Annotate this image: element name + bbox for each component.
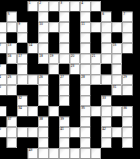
white-cell[interactable] [122, 43, 132, 53]
clue-number: 42 [102, 128, 105, 131]
white-cell[interactable] [6, 22, 16, 32]
clue-number: 40 [0, 128, 1, 131]
white-cell[interactable] [38, 95, 48, 105]
white-cell[interactable]: 13 [6, 43, 16, 53]
black-cell [48, 116, 58, 126]
black-cell [111, 11, 121, 21]
black-cell [69, 43, 79, 53]
white-cell[interactable] [48, 64, 58, 74]
white-cell[interactable]: 43 [27, 148, 37, 158]
black-cell [69, 116, 79, 126]
white-cell[interactable] [101, 74, 111, 84]
white-cell[interactable]: 4 [80, 1, 90, 11]
clue-number: 6 [102, 12, 104, 15]
white-cell[interactable]: 3 [59, 1, 69, 11]
black-cell [59, 106, 69, 116]
clue-number: 14 [29, 44, 32, 47]
black-cell [122, 64, 132, 74]
crossword-puzzle: 1234567891011121314151617181920212223242… [0, 0, 140, 159]
clue-number: 18 [39, 54, 42, 57]
black-cell [38, 64, 48, 74]
black-cell [27, 32, 37, 42]
black-cell [101, 148, 111, 158]
clue-number: 34 [18, 107, 21, 110]
white-cell[interactable] [38, 127, 48, 137]
white-cell[interactable] [6, 127, 16, 137]
white-cell[interactable] [38, 32, 48, 42]
white-cell[interactable] [59, 148, 69, 158]
white-cell[interactable] [90, 22, 100, 32]
white-cell[interactable] [59, 43, 69, 53]
clue-number: 10 [39, 23, 42, 26]
white-cell[interactable] [122, 127, 132, 137]
white-cell[interactable]: 21 [90, 53, 100, 63]
black-cell [69, 22, 79, 32]
clue-number: 3 [60, 2, 62, 5]
black-cell [6, 106, 16, 116]
clue-number: 17 [18, 54, 21, 57]
black-cell [48, 127, 58, 137]
white-cell[interactable]: 1 [27, 1, 37, 11]
black-cell [69, 32, 79, 42]
white-cell[interactable]: 7 [122, 11, 132, 21]
black-cell [90, 116, 100, 126]
white-cell[interactable]: 10 [38, 22, 48, 32]
black-cell [27, 116, 37, 126]
clue-number: 38 [39, 117, 42, 120]
white-cell[interactable]: 42 [101, 127, 111, 137]
clue-number: 1 [29, 2, 31, 5]
black-cell [27, 95, 37, 105]
white-cell[interactable]: 25 [6, 74, 16, 84]
black-cell [111, 1, 121, 11]
black-cell [38, 106, 48, 116]
white-cell[interactable]: 34 [17, 106, 27, 116]
clue-number: 9 [18, 23, 20, 26]
black-cell [48, 95, 58, 105]
black-cell [27, 85, 37, 95]
clue-number: 4 [81, 2, 83, 5]
black-cell [48, 32, 58, 42]
white-cell[interactable]: 17 [17, 53, 27, 63]
white-cell[interactable]: 41 [59, 127, 69, 137]
clue-number: 19 [50, 54, 53, 57]
white-cell[interactable]: 11 [80, 22, 90, 32]
white-cell[interactable] [111, 127, 121, 137]
clue-number: 7 [123, 12, 125, 15]
clue-number: 5 [8, 12, 10, 15]
black-cell [90, 11, 100, 21]
black-cell [27, 11, 37, 21]
white-cell[interactable] [90, 74, 100, 84]
white-cell[interactable] [17, 127, 27, 137]
clue-number: 20 [71, 54, 74, 57]
clue-number: 21 [92, 54, 95, 57]
black-cell [122, 148, 132, 158]
white-cell[interactable] [27, 74, 37, 84]
white-cell[interactable] [69, 127, 79, 137]
white-cell[interactable] [101, 137, 111, 147]
black-cell [69, 85, 79, 95]
black-cell [122, 95, 132, 105]
clue-number: 25 [8, 75, 11, 78]
white-cell[interactable]: 36 [122, 106, 132, 116]
clue-number: 27 [60, 75, 63, 78]
white-cell[interactable] [80, 127, 90, 137]
black-cell [90, 127, 100, 137]
white-cell[interactable] [101, 53, 111, 63]
clue-number: 41 [60, 128, 63, 131]
black-cell [90, 85, 100, 95]
white-cell[interactable] [90, 1, 100, 11]
black-cell [69, 137, 79, 147]
white-cell[interactable]: 19 [48, 53, 58, 63]
white-cell[interactable] [90, 148, 100, 158]
white-cell[interactable] [59, 53, 69, 63]
white-cell[interactable]: 39 [59, 116, 69, 126]
white-cell[interactable]: 5 [6, 11, 16, 21]
white-cell[interactable] [38, 137, 48, 147]
white-cell[interactable]: 33 [101, 95, 111, 105]
scaler: 1234567891011121314151617181920212223242… [0, 0, 140, 159]
black-cell [27, 53, 37, 63]
clue-number: 36 [123, 107, 126, 110]
white-cell[interactable] [17, 64, 27, 74]
white-cell[interactable] [38, 148, 48, 158]
black-cell [6, 1, 16, 11]
white-cell[interactable] [80, 85, 90, 95]
clue-number: 24 [0, 75, 1, 78]
clue-number: 23 [71, 65, 74, 68]
white-cell[interactable] [111, 74, 121, 84]
black-cell [111, 116, 121, 126]
white-cell[interactable]: 28 [80, 74, 90, 84]
black-cell [90, 43, 100, 53]
clue-number: 13 [8, 44, 11, 47]
black-cell [6, 95, 16, 105]
white-cell[interactable] [101, 32, 111, 42]
clue-number: 2 [39, 2, 41, 5]
clue-number: 12 [0, 44, 1, 47]
white-cell[interactable] [59, 85, 69, 95]
black-cell [17, 116, 27, 126]
black-cell [111, 137, 121, 147]
white-cell[interactable] [111, 64, 121, 74]
white-cell[interactable]: 15 [111, 43, 121, 53]
white-cell[interactable] [122, 85, 132, 95]
white-cell[interactable] [17, 74, 27, 84]
white-cell[interactable]: 9 [17, 22, 27, 32]
white-cell[interactable] [122, 137, 132, 147]
white-cell[interactable] [6, 85, 16, 95]
white-cell[interactable] [80, 64, 90, 74]
black-cell [101, 1, 111, 11]
white-cell[interactable] [59, 95, 69, 105]
black-cell [111, 148, 121, 158]
clue-number: 33 [102, 96, 105, 99]
clue-number: 26 [39, 75, 42, 78]
black-cell [27, 137, 37, 147]
white-cell[interactable] [80, 137, 90, 147]
white-cell[interactable] [122, 22, 132, 32]
white-cell[interactable] [80, 53, 90, 63]
clue-number: 30 [0, 86, 1, 89]
white-cell[interactable] [80, 43, 90, 53]
white-cell[interactable] [111, 106, 121, 116]
black-cell [90, 32, 100, 42]
clue-number: 29 [123, 75, 126, 78]
white-cell[interactable]: 16 [6, 53, 16, 63]
white-cell[interactable] [69, 148, 79, 158]
white-cell[interactable] [80, 95, 90, 105]
white-cell[interactable] [17, 32, 27, 42]
white-cell[interactable] [101, 106, 111, 116]
black-cell [101, 85, 111, 95]
black-cell [90, 137, 100, 147]
black-cell [6, 32, 16, 42]
black-cell [48, 43, 58, 53]
white-cell[interactable] [80, 11, 90, 21]
black-cell [17, 1, 27, 11]
black-cell [101, 64, 111, 74]
white-cell[interactable] [111, 22, 121, 32]
black-cell [17, 11, 27, 21]
black-cell [111, 95, 121, 105]
white-cell[interactable] [27, 127, 37, 137]
white-cell[interactable]: 20 [69, 53, 79, 63]
clue-number: 11 [81, 23, 84, 26]
black-cell [17, 137, 27, 147]
clue-number: 32 [18, 96, 21, 99]
black-cell [48, 74, 58, 84]
white-cell[interactable] [111, 53, 121, 63]
black-cell [90, 95, 100, 105]
black-cell [6, 148, 16, 158]
black-cell [48, 11, 58, 21]
white-cell[interactable]: 18 [38, 53, 48, 63]
white-cell[interactable]: 38 [38, 116, 48, 126]
white-cell[interactable]: 6 [101, 11, 111, 21]
white-cell[interactable] [80, 32, 90, 42]
white-cell[interactable]: 32 [17, 95, 27, 105]
white-cell[interactable]: 26 [38, 74, 48, 84]
black-cell [27, 64, 37, 74]
white-cell[interactable] [27, 106, 37, 116]
clue-number: 31 [113, 86, 116, 89]
black-cell [69, 95, 79, 105]
white-cell[interactable] [122, 32, 132, 42]
clue-number: 22 [0, 65, 1, 68]
white-cell[interactable]: 35 [80, 106, 90, 116]
white-cell[interactable] [59, 137, 69, 147]
white-cell[interactable] [80, 116, 90, 126]
white-cell[interactable] [38, 11, 48, 21]
clue-number: 35 [81, 107, 84, 110]
white-cell[interactable] [59, 32, 69, 42]
black-cell [69, 11, 79, 21]
white-cell[interactable]: 29 [122, 74, 132, 84]
white-cell[interactable]: 23 [69, 64, 79, 74]
clue-number: 37 [8, 117, 11, 120]
black-cell [17, 43, 27, 53]
white-cell[interactable] [90, 106, 100, 116]
white-cell[interactable] [59, 11, 69, 21]
white-cell[interactable] [101, 22, 111, 32]
black-cell [48, 137, 58, 147]
black-cell [48, 85, 58, 95]
black-cell [111, 32, 121, 42]
clue-number: 39 [60, 117, 63, 120]
white-cell[interactable] [38, 43, 48, 53]
white-cell[interactable] [38, 85, 48, 95]
black-cell [27, 22, 37, 32]
crossword-grid: 1234567891011121314151617181920212223242… [0, 1, 132, 158]
black-cell [6, 64, 16, 74]
black-cell [59, 64, 69, 74]
white-cell[interactable] [48, 106, 58, 116]
black-cell [122, 53, 132, 63]
clue-number: 28 [81, 75, 84, 78]
black-cell [69, 106, 79, 116]
black-cell [122, 1, 132, 11]
white-cell[interactable] [90, 64, 100, 74]
black-cell [17, 85, 27, 95]
white-cell[interactable]: 37 [6, 116, 16, 126]
white-cell[interactable] [48, 1, 58, 11]
white-cell[interactable] [59, 22, 69, 32]
white-cell[interactable] [6, 137, 16, 147]
white-cell[interactable]: 27 [59, 74, 69, 84]
clue-number: 15 [113, 44, 116, 47]
white-cell[interactable]: 2 [38, 1, 48, 11]
white-cell[interactable] [48, 22, 58, 32]
white-cell[interactable] [48, 148, 58, 158]
white-cell[interactable] [69, 1, 79, 11]
white-cell[interactable] [122, 116, 132, 126]
black-cell [17, 148, 27, 158]
clue-number: 16 [8, 54, 11, 57]
clue-number: 43 [29, 149, 32, 152]
white-cell[interactable] [80, 148, 90, 158]
black-cell [69, 74, 79, 84]
white-cell[interactable]: 31 [111, 85, 121, 95]
white-cell[interactable] [101, 43, 111, 53]
white-cell[interactable] [101, 116, 111, 126]
white-cell[interactable]: 14 [27, 43, 37, 53]
